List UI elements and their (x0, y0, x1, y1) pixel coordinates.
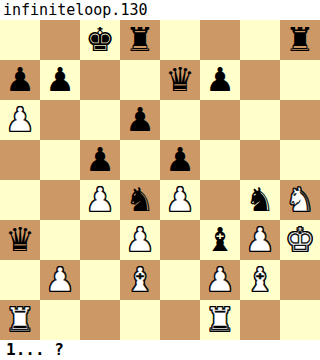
square-b1[interactable] (40, 300, 80, 340)
white-bishop[interactable]: ♝ (245, 260, 275, 300)
white-pawn[interactable]: ♟ (85, 180, 115, 220)
square-c2[interactable] (80, 260, 120, 300)
black-knight[interactable]: ♞ (245, 180, 275, 220)
square-d2[interactable]: ♝ (120, 260, 160, 300)
square-b8[interactable] (40, 20, 80, 60)
black-pawn[interactable]: ♟ (125, 100, 155, 140)
square-g5[interactable] (240, 140, 280, 180)
square-b7[interactable]: ♟ (40, 60, 80, 100)
square-h2[interactable] (280, 260, 320, 300)
square-h3[interactable]: ♚ (280, 220, 320, 260)
square-h4[interactable]: ♞ (280, 180, 320, 220)
square-f1[interactable]: ♜ (200, 300, 240, 340)
square-b6[interactable] (40, 100, 80, 140)
black-knight[interactable]: ♞ (125, 180, 155, 220)
white-pawn[interactable]: ♟ (5, 100, 35, 140)
square-d8[interactable]: ♜ (120, 20, 160, 60)
chess-board: ♚♜♜♟♟♛♟♟♟♟♟♟♞♟♞♞♛♟♝♟♚♟♝♟♝♜♜ (0, 20, 320, 340)
square-f6[interactable] (200, 100, 240, 140)
square-g3[interactable]: ♟ (240, 220, 280, 260)
white-pawn[interactable]: ♟ (165, 180, 195, 220)
square-c5[interactable]: ♟ (80, 140, 120, 180)
square-a4[interactable] (0, 180, 40, 220)
square-a3[interactable]: ♛ (0, 220, 40, 260)
square-f2[interactable]: ♟ (200, 260, 240, 300)
white-pawn[interactable]: ♟ (125, 220, 155, 260)
square-e6[interactable] (160, 100, 200, 140)
square-g6[interactable] (240, 100, 280, 140)
square-b2[interactable]: ♟ (40, 260, 80, 300)
square-d3[interactable]: ♟ (120, 220, 160, 260)
square-c6[interactable] (80, 100, 120, 140)
square-d1[interactable] (120, 300, 160, 340)
black-pawn[interactable]: ♟ (85, 140, 115, 180)
square-h8[interactable]: ♜ (280, 20, 320, 60)
square-e4[interactable]: ♟ (160, 180, 200, 220)
square-c8[interactable]: ♚ (80, 20, 120, 60)
black-bishop[interactable]: ♝ (205, 220, 235, 260)
white-bishop[interactable]: ♝ (125, 260, 155, 300)
square-f7[interactable]: ♟ (200, 60, 240, 100)
square-d7[interactable] (120, 60, 160, 100)
square-f8[interactable] (200, 20, 240, 60)
white-knight[interactable]: ♞ (285, 180, 315, 220)
square-e7[interactable]: ♛ (160, 60, 200, 100)
black-king[interactable]: ♚ (85, 20, 115, 60)
square-g1[interactable] (240, 300, 280, 340)
square-e3[interactable] (160, 220, 200, 260)
square-a7[interactable]: ♟ (0, 60, 40, 100)
square-e2[interactable] (160, 260, 200, 300)
square-c1[interactable] (80, 300, 120, 340)
square-g4[interactable]: ♞ (240, 180, 280, 220)
puzzle-title: infiniteloop.130 (0, 0, 320, 20)
square-h7[interactable] (280, 60, 320, 100)
chess-puzzle-window: infiniteloop.130 ♚♜♜♟♟♛♟♟♟♟♟♟♞♟♞♞♛♟♝♟♚♟♝… (0, 0, 320, 360)
square-b4[interactable] (40, 180, 80, 220)
black-queen[interactable]: ♛ (5, 220, 35, 260)
square-h5[interactable] (280, 140, 320, 180)
square-h6[interactable] (280, 100, 320, 140)
square-e1[interactable] (160, 300, 200, 340)
square-c4[interactable]: ♟ (80, 180, 120, 220)
white-pawn[interactable]: ♟ (245, 220, 275, 260)
square-g8[interactable] (240, 20, 280, 60)
square-f5[interactable] (200, 140, 240, 180)
black-pawn[interactable]: ♟ (165, 140, 195, 180)
square-c7[interactable] (80, 60, 120, 100)
black-rook[interactable]: ♜ (285, 20, 315, 60)
square-d4[interactable]: ♞ (120, 180, 160, 220)
black-pawn[interactable]: ♟ (5, 60, 35, 100)
square-a8[interactable] (0, 20, 40, 60)
square-a5[interactable] (0, 140, 40, 180)
square-f3[interactable]: ♝ (200, 220, 240, 260)
square-f4[interactable] (200, 180, 240, 220)
square-a6[interactable]: ♟ (0, 100, 40, 140)
square-e5[interactable]: ♟ (160, 140, 200, 180)
white-pawn[interactable]: ♟ (45, 260, 75, 300)
square-e8[interactable] (160, 20, 200, 60)
black-rook[interactable]: ♜ (125, 20, 155, 60)
square-d5[interactable] (120, 140, 160, 180)
black-pawn[interactable]: ♟ (205, 60, 235, 100)
square-b5[interactable] (40, 140, 80, 180)
move-prompt: 1... ? (0, 340, 320, 360)
white-king[interactable]: ♚ (285, 220, 315, 260)
square-b3[interactable] (40, 220, 80, 260)
white-pawn[interactable]: ♟ (205, 260, 235, 300)
white-rook[interactable]: ♜ (205, 300, 235, 340)
black-pawn[interactable]: ♟ (45, 60, 75, 100)
black-queen[interactable]: ♛ (165, 60, 195, 100)
white-rook[interactable]: ♜ (5, 300, 35, 340)
square-c3[interactable] (80, 220, 120, 260)
square-h1[interactable] (280, 300, 320, 340)
square-d6[interactable]: ♟ (120, 100, 160, 140)
square-g7[interactable] (240, 60, 280, 100)
square-a1[interactable]: ♜ (0, 300, 40, 340)
square-a2[interactable] (0, 260, 40, 300)
square-g2[interactable]: ♝ (240, 260, 280, 300)
